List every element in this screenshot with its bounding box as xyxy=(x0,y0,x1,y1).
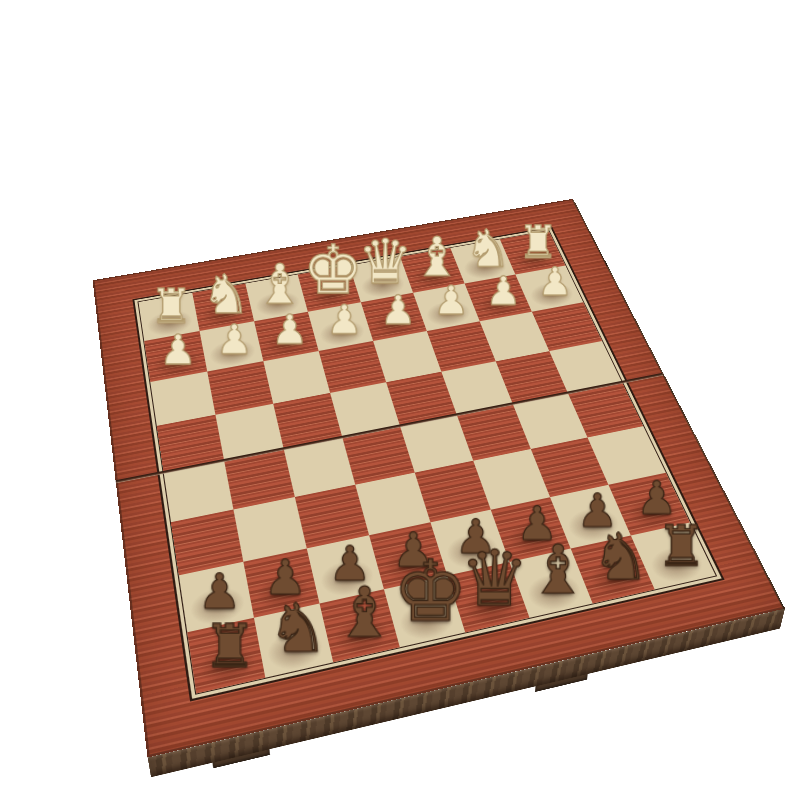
piece-wP-c2[interactable]: ♟ xyxy=(433,283,469,320)
piece-wR-h1[interactable]: ♜ xyxy=(150,285,193,329)
piece-bN-b8[interactable]: ♞ xyxy=(591,528,649,587)
board-foot-right xyxy=(535,674,588,692)
piece-wB-f1[interactable]: ♝ xyxy=(255,259,304,310)
piece-wP-g2[interactable]: ♟ xyxy=(216,322,253,360)
squares-grid: ♜♞♝♚♛♝♞♜♟♟♟♟♟♟♟♟♟♟♟♟♟♟♟♟♜♞♝♚♛♝♞♜ xyxy=(138,231,715,694)
piece-wP-h2[interactable]: ♟ xyxy=(159,332,196,370)
piece-wP-b2[interactable]: ♟ xyxy=(485,274,520,310)
piece-bP-h7[interactable]: ♟ xyxy=(197,570,241,615)
square-e4[interactable] xyxy=(330,382,400,437)
border-pinstripe-outer: ♜♞♝♚♛♝♞♜♟♟♟♟♟♟♟♟♟♟♟♟♟♟♟♟♜♞♝♚♛♝♞♜ xyxy=(132,227,724,702)
piece-bN-g8[interactable]: ♞ xyxy=(267,598,327,660)
piece-wN-b1[interactable]: ♞ xyxy=(464,225,510,273)
piece-wP-e2[interactable]: ♟ xyxy=(326,302,362,339)
square-e8[interactable]: ♚ xyxy=(384,575,465,647)
piece-wP-a2[interactable]: ♟ xyxy=(537,264,572,300)
piece-wK-e1[interactable]: ♚ xyxy=(302,238,363,300)
piece-wP-f2[interactable]: ♟ xyxy=(271,312,308,349)
square-g4[interactable] xyxy=(215,404,283,461)
board-foot-left xyxy=(212,749,270,768)
chess-board: ♜♞♝♚♛♝♞♜♟♟♟♟♟♟♟♟♟♟♟♟♟♟♟♟♜♞♝♚♛♝♞♜ xyxy=(93,199,785,758)
piece-bR-a8[interactable]: ♜ xyxy=(656,521,706,573)
piece-wN-g1[interactable]: ♞ xyxy=(201,270,249,319)
square-f8[interactable]: ♝ xyxy=(320,589,400,662)
board-surface: ♜♞♝♚♛♝♞♜♟♟♟♟♟♟♟♟♟♟♟♟♟♟♟♟♜♞♝♚♛♝♞♜ xyxy=(93,199,785,758)
piece-wP-d2[interactable]: ♟ xyxy=(380,292,416,329)
piece-bK-e8[interactable]: ♚ xyxy=(392,552,468,630)
square-h8[interactable]: ♜ xyxy=(187,618,265,694)
piece-wQ-d1[interactable]: ♛ xyxy=(357,234,412,291)
piece-bB-c8[interactable]: ♝ xyxy=(527,539,587,601)
square-g8[interactable]: ♞ xyxy=(254,603,333,677)
square-h3[interactable] xyxy=(150,372,215,426)
piece-bQ-d8[interactable]: ♛ xyxy=(460,545,529,616)
piece-bB-f8[interactable]: ♝ xyxy=(333,581,395,645)
product-photo-scene: ♜♞♝♚♛♝♞♜♟♟♟♟♟♟♟♟♟♟♟♟♟♟♟♟♜♞♝♚♛♝♞♜ xyxy=(0,0,800,800)
piece-bR-h8[interactable]: ♜ xyxy=(202,620,256,675)
border-pinstripe-inner: ♜♞♝♚♛♝♞♜♟♟♟♟♟♟♟♟♟♟♟♟♟♟♟♟♜♞♝♚♛♝♞♜ xyxy=(137,230,717,695)
piece-wB-c1[interactable]: ♝ xyxy=(412,232,460,282)
